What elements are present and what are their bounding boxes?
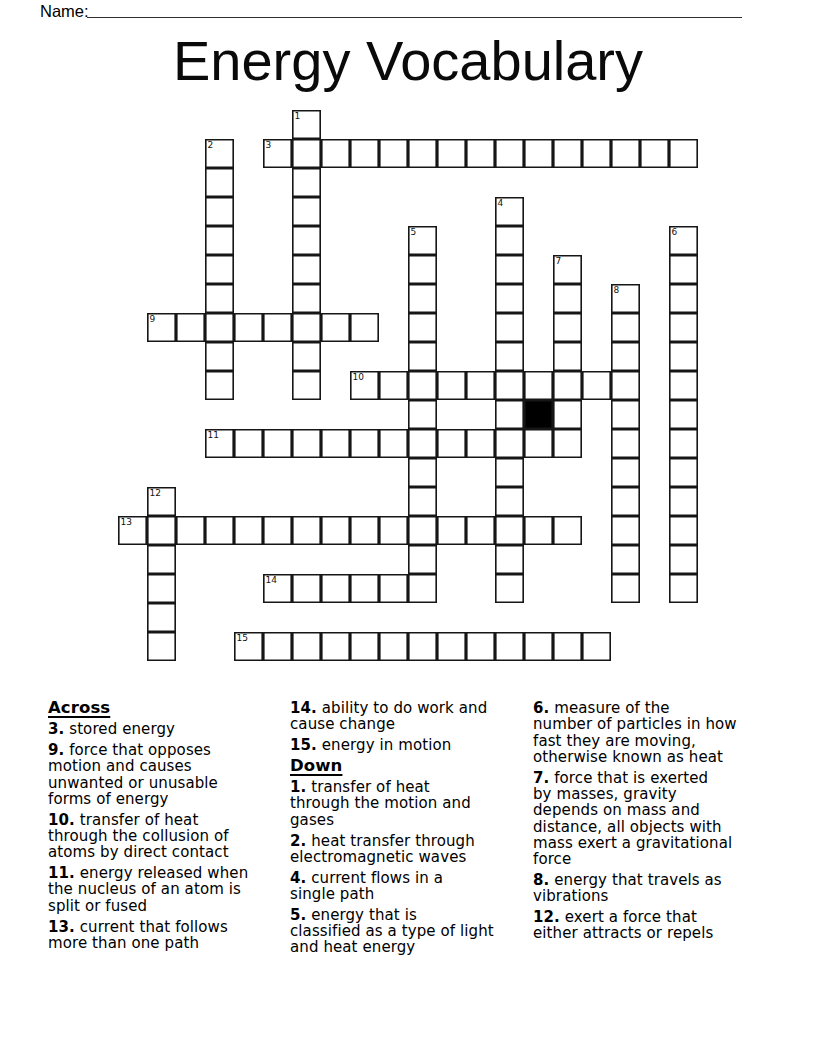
grid-cell[interactable]: 3: [263, 139, 292, 168]
grid-cell[interactable]: [263, 429, 292, 458]
grid-cell[interactable]: [495, 139, 524, 168]
grid-cell[interactable]: [292, 197, 321, 226]
grid-cell[interactable]: [611, 574, 640, 603]
grid-cell[interactable]: [611, 313, 640, 342]
grid-cell[interactable]: [495, 632, 524, 661]
grid-cell[interactable]: [205, 313, 234, 342]
clue-across-10: 10. transfer of heatthrough the collusio…: [48, 812, 283, 861]
grid-cell[interactable]: [611, 371, 640, 400]
clue-line: distance, all objects with: [533, 819, 781, 835]
grid-cell[interactable]: 15: [234, 632, 263, 661]
clue-line: 12. exert a force that: [533, 909, 781, 925]
grid-cell[interactable]: 4: [495, 197, 524, 226]
grid-cell[interactable]: [466, 632, 495, 661]
clues-column-3: 6. measure of thenumber of particles in …: [533, 700, 781, 946]
grid-cell[interactable]: [292, 516, 321, 545]
clue-number: 1: [295, 111, 301, 121]
clue-line: atoms by direct contact: [48, 844, 283, 860]
clue-line: through the collusion of: [48, 828, 283, 844]
grid-cell[interactable]: [234, 516, 263, 545]
grid-cell[interactable]: [553, 139, 582, 168]
grid-cell[interactable]: [321, 574, 350, 603]
clue-line: by masses, gravity: [533, 786, 781, 802]
grid-cell[interactable]: 5: [408, 226, 437, 255]
grid-cell[interactable]: [205, 284, 234, 313]
grid-cell[interactable]: [408, 574, 437, 603]
grid-cell[interactable]: [205, 255, 234, 284]
clue-number-label: 4.: [290, 869, 306, 887]
page-title: Energy Vocabulary: [0, 28, 816, 93]
grid-cell[interactable]: [611, 342, 640, 371]
grid-cell[interactable]: [611, 139, 640, 168]
clue-line: 9. force that opposes: [48, 742, 283, 758]
clue-line: the nucleus of an atom is: [48, 881, 283, 897]
grid-cell[interactable]: [466, 516, 495, 545]
name-label: Name:: [40, 2, 89, 21]
grid-cell[interactable]: [437, 371, 466, 400]
grid-cell[interactable]: [292, 371, 321, 400]
grid-cell[interactable]: [292, 284, 321, 313]
clue-line: force: [533, 851, 781, 867]
clue-down-6: 6. measure of thenumber of particles in …: [533, 700, 781, 765]
grid-cell[interactable]: [234, 313, 263, 342]
grid-cell[interactable]: [321, 632, 350, 661]
clue-number: 10: [353, 372, 364, 382]
grid-cell[interactable]: [669, 313, 698, 342]
grid-cell[interactable]: [379, 574, 408, 603]
grid-cell[interactable]: [321, 429, 350, 458]
grid-cell[interactable]: [669, 429, 698, 458]
clue-line: electromagnetic waves: [290, 849, 530, 865]
clue-line: 6. measure of the: [533, 700, 781, 716]
grid-cell[interactable]: [495, 487, 524, 516]
grid-cell[interactable]: [205, 516, 234, 545]
clue-line: 14. ability to do work and: [290, 700, 530, 716]
grid-cell[interactable]: [379, 139, 408, 168]
grid-cell[interactable]: [379, 516, 408, 545]
grid-cell[interactable]: [495, 342, 524, 371]
grid-cell[interactable]: [379, 371, 408, 400]
clue-line: otherwise known as heat: [533, 749, 781, 765]
grid-cell[interactable]: [350, 516, 379, 545]
grid-cell[interactable]: [582, 632, 611, 661]
grid-cell[interactable]: [321, 139, 350, 168]
clue-line: 10. transfer of heat: [48, 812, 283, 828]
grid-cell[interactable]: [495, 284, 524, 313]
clue-line: 3. stored energy: [48, 721, 283, 737]
grid-cell[interactable]: [292, 313, 321, 342]
grid-cell[interactable]: [408, 139, 437, 168]
grid-cell[interactable]: [408, 458, 437, 487]
grid-cell[interactable]: [495, 371, 524, 400]
grid-cell[interactable]: [495, 400, 524, 429]
grid-cell[interactable]: [292, 632, 321, 661]
grid-cell[interactable]: [176, 516, 205, 545]
grid-cell[interactable]: [524, 371, 553, 400]
grid-cell[interactable]: [205, 226, 234, 255]
grid-cell[interactable]: [437, 516, 466, 545]
clue-line: 2. heat transfer through: [290, 833, 530, 849]
grid-cell[interactable]: [408, 429, 437, 458]
clue-line: 8. energy that travels as: [533, 872, 781, 888]
grid-cell[interactable]: 6: [669, 226, 698, 255]
grid-cell[interactable]: [408, 400, 437, 429]
grid-cell[interactable]: [640, 139, 669, 168]
grid-cell[interactable]: 1: [292, 110, 321, 139]
clue-line: 5. energy that is: [290, 907, 530, 923]
grid-cell[interactable]: [553, 371, 582, 400]
clue-line: cause change: [290, 716, 530, 732]
clue-across-3: 3. stored energy: [48, 721, 283, 737]
grid-cell[interactable]: [350, 313, 379, 342]
grid-cell[interactable]: [350, 429, 379, 458]
grid-cell[interactable]: [147, 574, 176, 603]
clue-number-label: 13.: [48, 918, 75, 936]
grid-cell[interactable]: [408, 313, 437, 342]
grid-cell[interactable]: [408, 487, 437, 516]
crossword-grid: 123456789101112131415: [118, 110, 698, 661]
clue-line: motion and causes: [48, 758, 283, 774]
grid-cell[interactable]: [350, 632, 379, 661]
clue-line: classified as a type of light: [290, 923, 530, 939]
grid-cell[interactable]: [495, 429, 524, 458]
grid-cell[interactable]: [292, 342, 321, 371]
black-cell: [524, 400, 553, 429]
grid-cell[interactable]: [669, 139, 698, 168]
grid-cell[interactable]: [263, 632, 292, 661]
clue-line: single path: [290, 886, 530, 902]
grid-cell[interactable]: [669, 400, 698, 429]
clue-number-label: 7.: [533, 769, 549, 787]
clue-line: 11. energy released when: [48, 865, 283, 881]
down-heading: Down: [290, 758, 530, 774]
grid-cell[interactable]: 2: [205, 139, 234, 168]
grid-cell[interactable]: [292, 168, 321, 197]
grid-cell[interactable]: [553, 429, 582, 458]
grid-cell[interactable]: [408, 342, 437, 371]
grid-cell[interactable]: [379, 632, 408, 661]
grid-cell[interactable]: [205, 168, 234, 197]
name-blank-line: [87, 1, 742, 18]
clue-number: 13: [121, 517, 132, 527]
grid-cell[interactable]: [611, 400, 640, 429]
grid-cell[interactable]: 13: [118, 516, 147, 545]
grid-cell[interactable]: [147, 545, 176, 574]
grid-cell[interactable]: [176, 313, 205, 342]
clue-number-label: 8.: [533, 871, 549, 889]
grid-cell[interactable]: [611, 458, 640, 487]
clue-number: 11: [208, 430, 219, 440]
clue-number: 8: [614, 285, 620, 295]
grid-cell[interactable]: [553, 284, 582, 313]
clue-down-5: 5. energy that isclassified as a type of…: [290, 907, 530, 956]
clue-down-8: 8. energy that travels asvibrations: [533, 872, 781, 905]
clue-number-label: 14.: [290, 699, 317, 717]
grid-cell[interactable]: [292, 226, 321, 255]
grid-cell[interactable]: [669, 342, 698, 371]
clue-line: split or fused: [48, 898, 283, 914]
grid-cell[interactable]: [495, 458, 524, 487]
clue-line: forms of energy: [48, 791, 283, 807]
grid-cell[interactable]: [495, 574, 524, 603]
clue-down-1: 1. transfer of heatthrough the motion an…: [290, 779, 530, 828]
grid-cell[interactable]: [524, 429, 553, 458]
grid-cell[interactable]: [669, 574, 698, 603]
across-heading: Across: [48, 700, 283, 716]
grid-cell[interactable]: [292, 574, 321, 603]
grid-cell[interactable]: [234, 429, 263, 458]
clues-column-1: Across3. stored energy9. force that oppo…: [48, 700, 283, 956]
grid-cell[interactable]: [611, 429, 640, 458]
grid-cell[interactable]: [466, 139, 495, 168]
clue-number-label: 1.: [290, 778, 306, 796]
clue-line: 13. current that follows: [48, 919, 283, 935]
grid-cell[interactable]: [147, 632, 176, 661]
clue-number: 2: [208, 140, 214, 150]
clue-line: 1. transfer of heat: [290, 779, 530, 795]
clue-number: 12: [150, 488, 161, 498]
grid-cell[interactable]: [524, 632, 553, 661]
clue-number-label: 2.: [290, 832, 306, 850]
grid-cell[interactable]: [611, 516, 640, 545]
clue-down-12: 12. exert a force thateither attracts or…: [533, 909, 781, 942]
clue-number: 7: [556, 256, 562, 266]
grid-cell[interactable]: [669, 255, 698, 284]
clue-number-label: 10.: [48, 811, 75, 829]
grid-cell[interactable]: [669, 516, 698, 545]
grid-cell[interactable]: 11: [205, 429, 234, 458]
grid-cell[interactable]: [553, 313, 582, 342]
clue-down-2: 2. heat transfer throughelectromagnetic …: [290, 833, 530, 866]
grid-cell[interactable]: [582, 371, 611, 400]
grid-cell[interactable]: [350, 574, 379, 603]
clue-line: vibrations: [533, 888, 781, 904]
clue-number: 9: [150, 314, 156, 324]
clue-number-label: 12.: [533, 908, 560, 926]
grid-cell[interactable]: [611, 545, 640, 574]
grid-cell[interactable]: [437, 632, 466, 661]
grid-cell[interactable]: [553, 342, 582, 371]
grid-cell[interactable]: [669, 371, 698, 400]
grid-cell[interactable]: [408, 632, 437, 661]
grid-cell[interactable]: [582, 139, 611, 168]
clue-number-label: 9.: [48, 741, 64, 759]
clue-line: more than one path: [48, 935, 283, 951]
grid-cell[interactable]: [292, 139, 321, 168]
grid-cell[interactable]: [669, 284, 698, 313]
grid-cell[interactable]: [408, 371, 437, 400]
grid-cell[interactable]: [524, 139, 553, 168]
grid-cell[interactable]: [437, 139, 466, 168]
clue-line: and heat energy: [290, 939, 530, 955]
clue-line: either attracts or repels: [533, 925, 781, 941]
grid-cell[interactable]: [263, 313, 292, 342]
clue-line: number of particles in how: [533, 716, 781, 732]
grid-cell[interactable]: [669, 487, 698, 516]
grid-cell[interactable]: [379, 429, 408, 458]
clue-across-14: 14. ability to do work andcause change: [290, 700, 530, 733]
clue-down-7: 7. force that is exertedby masses, gravi…: [533, 770, 781, 868]
grid-cell[interactable]: [147, 603, 176, 632]
clue-line: depends on mass and: [533, 802, 781, 818]
grid-cell[interactable]: [408, 284, 437, 313]
grid-cell[interactable]: [466, 371, 495, 400]
clue-number-label: 3.: [48, 720, 64, 738]
clue-line: 15. energy in motion: [290, 737, 530, 753]
grid-cell[interactable]: [495, 226, 524, 255]
clue-number: 4: [498, 198, 504, 208]
clue-line: through the motion and: [290, 795, 530, 811]
grid-cell[interactable]: [524, 516, 553, 545]
clue-number: 15: [237, 633, 248, 643]
clue-number: 5: [411, 227, 417, 237]
grid-cell[interactable]: 7: [553, 255, 582, 284]
grid-cell[interactable]: [611, 487, 640, 516]
grid-cell[interactable]: 12: [147, 487, 176, 516]
grid-cell[interactable]: 8: [611, 284, 640, 313]
grid-cell[interactable]: [495, 313, 524, 342]
grid-cell[interactable]: 10: [350, 371, 379, 400]
clue-across-11: 11. energy released whenthe nucleus of a…: [48, 865, 283, 914]
grid-cell[interactable]: [205, 342, 234, 371]
grid-cell[interactable]: [321, 516, 350, 545]
grid-cell[interactable]: [669, 458, 698, 487]
clue-number: 3: [266, 140, 272, 150]
grid-cell[interactable]: [147, 516, 176, 545]
grid-cell[interactable]: [205, 197, 234, 226]
clue-number-label: 11.: [48, 864, 75, 882]
grid-cell[interactable]: [466, 429, 495, 458]
clue-across-13: 13. current that followsmore than one pa…: [48, 919, 283, 952]
grid-cell[interactable]: [321, 313, 350, 342]
clue-across-9: 9. force that opposesmotion and causesun…: [48, 742, 283, 807]
clue-number-label: 5.: [290, 906, 306, 924]
grid-cell[interactable]: [408, 255, 437, 284]
clue-number: 6: [672, 227, 678, 237]
grid-cell[interactable]: [350, 139, 379, 168]
grid-cell[interactable]: [408, 545, 437, 574]
clue-line: unwanted or unusable: [48, 775, 283, 791]
grid-cell[interactable]: [263, 516, 292, 545]
grid-cell[interactable]: [292, 429, 321, 458]
grid-cell[interactable]: 14: [263, 574, 292, 603]
grid-cell[interactable]: [495, 255, 524, 284]
grid-cell[interactable]: [408, 516, 437, 545]
clue-number: 14: [266, 575, 277, 585]
clue-line: gases: [290, 812, 530, 828]
grid-cell[interactable]: [437, 429, 466, 458]
grid-cell[interactable]: [495, 545, 524, 574]
grid-cell[interactable]: [669, 545, 698, 574]
grid-cell[interactable]: [553, 400, 582, 429]
clue-down-4: 4. current flows in asingle path: [290, 870, 530, 903]
grid-cell[interactable]: 9: [147, 313, 176, 342]
clue-across-15: 15. energy in motion: [290, 737, 530, 753]
clue-number-label: 6.: [533, 699, 549, 717]
grid-cell[interactable]: [205, 371, 234, 400]
clue-number-label: 15.: [290, 736, 317, 754]
clue-line: mass exert a gravitational: [533, 835, 781, 851]
clue-line: fast they are moving,: [533, 733, 781, 749]
grid-cell[interactable]: [553, 516, 582, 545]
clue-line: 7. force that is exerted: [533, 770, 781, 786]
clues-column-2: 14. ability to do work andcause change15…: [290, 700, 530, 960]
grid-cell[interactable]: [553, 632, 582, 661]
grid-cell[interactable]: [292, 255, 321, 284]
clue-line: 4. current flows in a: [290, 870, 530, 886]
grid-cell[interactable]: [495, 516, 524, 545]
